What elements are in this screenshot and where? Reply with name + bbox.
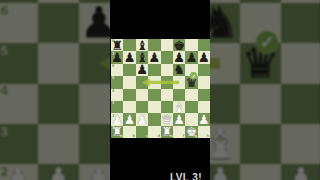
file-label: b — [133, 134, 136, 138]
square-f2[interactable]: ♟ — [173, 113, 185, 125]
video-content-strip: 8♜♝♚7♟♟♝♟♟♟♟6♟♞5♛43♝2♟♟♟♛♟♟1a♜bcde♜fg♚h✓… — [110, 0, 210, 180]
square-f5[interactable] — [173, 76, 185, 88]
caption-text: LVL 3! — [170, 172, 202, 180]
rank-label: 6 — [112, 64, 115, 68]
square-e1[interactable]: e♜ — [161, 126, 173, 138]
square-e6[interactable] — [161, 64, 173, 76]
square-a2: 2♟ — [0, 164, 38, 180]
square-h1[interactable]: h — [198, 126, 210, 138]
square-a7[interactable]: 7♟ — [111, 51, 123, 63]
piece-black-pawn: ♟ — [136, 63, 148, 76]
piece-black-queen: ♛ — [242, 42, 280, 84]
square-c1[interactable]: c — [136, 126, 148, 138]
square-e2[interactable]: ♛ — [161, 113, 173, 125]
rank-label: 1 — [112, 126, 115, 130]
square-h8[interactable] — [198, 39, 210, 51]
square-a2[interactable]: 2♟ — [111, 113, 123, 125]
square-h5[interactable] — [198, 76, 210, 88]
square-d3[interactable] — [148, 101, 160, 113]
piece-white-bishop: ♝ — [173, 101, 185, 114]
piece-white-pawn: ♟ — [0, 163, 37, 180]
video-frame[interactable]: 8♜♝♚7♟♟♝♟♟♟♟6♟♞5♛43♝2♟♟♟♛♟♟1a♜bcde♜fg♚h✓… — [0, 0, 320, 180]
rank-label: 2 — [112, 114, 115, 118]
square-g2[interactable] — [185, 113, 197, 125]
square-b2[interactable]: ♟ — [123, 113, 135, 125]
square-b3 — [38, 124, 78, 164]
piece-white-rook: ♜ — [161, 125, 173, 138]
square-g6 — [240, 3, 280, 43]
rank-label: 3 — [0, 125, 8, 138]
square-c5[interactable] — [136, 76, 148, 88]
piece-white-queen: ♛ — [161, 113, 173, 126]
rank-label: 7 — [112, 52, 115, 56]
piece-black-pawn: ♟ — [149, 51, 161, 64]
square-h6[interactable] — [198, 64, 210, 76]
piece-white-pawn: ♟ — [136, 113, 148, 126]
square-e4[interactable] — [161, 89, 173, 101]
piece-white-pawn: ♟ — [173, 113, 185, 126]
square-h4 — [281, 84, 320, 124]
square-d6[interactable] — [148, 64, 160, 76]
piece-white-pawn: ♟ — [198, 113, 210, 126]
square-a5: 5 — [0, 43, 38, 83]
piece-white-pawn: ♟ — [282, 163, 320, 180]
piece-white-pawn: ♟ — [111, 113, 123, 126]
rank-label: 2 — [0, 165, 8, 178]
square-b3[interactable] — [123, 101, 135, 113]
file-label: h — [207, 134, 210, 138]
square-a5[interactable]: 5 — [111, 76, 123, 88]
square-f8[interactable]: ♚ — [173, 39, 185, 51]
piece-white-pawn: ♟ — [124, 113, 136, 126]
square-a4: 4 — [0, 84, 38, 124]
square-g6[interactable] — [185, 64, 197, 76]
piece-white-king: ♚ — [186, 125, 198, 138]
square-f3[interactable]: ♝ — [173, 101, 185, 113]
square-f1[interactable]: f — [173, 126, 185, 138]
square-h3 — [281, 124, 320, 164]
square-g4[interactable] — [185, 89, 197, 101]
square-d4[interactable] — [148, 89, 160, 101]
square-e5[interactable] — [161, 76, 173, 88]
rank-label: 3 — [112, 101, 115, 105]
chess-board: 8♜♝♚7♟♟♝♟♟♟♟6♟♞5♛43♝2♟♟♟♛♟♟1a♜bcde♜fg♚h✓ — [111, 39, 210, 138]
file-label: g — [194, 134, 197, 138]
rank-label: 4 — [0, 84, 8, 97]
square-b1[interactable]: b — [123, 126, 135, 138]
file-label: d — [157, 134, 160, 138]
square-g5: ♛ — [240, 43, 280, 83]
square-b2: ♟ — [38, 164, 78, 180]
piece-black-pawn: ♟ — [111, 51, 123, 64]
rank-label: 8 — [112, 39, 115, 43]
piece-black-pawn: ♟ — [124, 51, 136, 64]
square-a6[interactable]: 6 — [111, 64, 123, 76]
file-label: e — [170, 134, 173, 138]
square-d8[interactable] — [148, 39, 160, 51]
square-g7[interactable]: ♟ — [185, 51, 197, 63]
square-d5[interactable] — [148, 76, 160, 88]
piece-black-queen: ♛ — [186, 76, 198, 89]
square-a4[interactable]: 4 — [111, 89, 123, 101]
square-c8[interactable]: ♝ — [136, 39, 148, 51]
rank-label: 5 — [0, 44, 8, 57]
piece-black-knight: ♞ — [173, 63, 185, 76]
square-f7[interactable]: ♟ — [173, 51, 185, 63]
square-c7[interactable]: ♝ — [136, 51, 148, 63]
square-b6 — [38, 3, 78, 43]
piece-black-pawn: ♟ — [198, 51, 210, 64]
piece-black-pawn: ♟ — [186, 51, 198, 64]
piece-black-king: ♚ — [173, 39, 185, 52]
square-b8[interactable] — [123, 39, 135, 51]
rank-label: 4 — [112, 89, 115, 93]
square-a3: 3 — [0, 124, 38, 164]
square-e7[interactable] — [161, 51, 173, 63]
rank-label: 5 — [112, 76, 115, 80]
square-b7[interactable]: ♟ — [123, 51, 135, 63]
square-a3[interactable]: 3 — [111, 101, 123, 113]
square-f4[interactable] — [173, 89, 185, 101]
square-d1[interactable]: d — [148, 126, 160, 138]
square-c6[interactable]: ♟ — [136, 64, 148, 76]
square-g8[interactable] — [185, 39, 197, 51]
square-e3[interactable] — [161, 101, 173, 113]
square-g1[interactable]: g♚ — [185, 126, 197, 138]
square-b5 — [38, 43, 78, 83]
square-c2[interactable]: ♟ — [136, 113, 148, 125]
square-h4[interactable] — [198, 89, 210, 101]
square-g2 — [240, 164, 280, 180]
piece-black-bishop: ♝ — [136, 39, 148, 52]
square-h2: ♟ — [281, 164, 320, 180]
square-e8[interactable] — [161, 39, 173, 51]
square-b4 — [38, 84, 78, 124]
square-c4[interactable] — [136, 89, 148, 101]
square-b4[interactable] — [123, 89, 135, 101]
piece-white-pawn: ♟ — [40, 163, 78, 180]
square-d7[interactable]: ♟ — [148, 51, 160, 63]
square-h3[interactable] — [198, 101, 210, 113]
file-label: a — [120, 134, 123, 138]
square-h6 — [281, 3, 320, 43]
square-a6: 6 — [0, 3, 38, 43]
rank-label: 6 — [0, 4, 8, 17]
square-f6[interactable]: ♞ — [173, 64, 185, 76]
square-g3 — [240, 124, 280, 164]
square-g5[interactable]: ♛ — [185, 76, 197, 88]
piece-white-rook: ♜ — [111, 125, 123, 138]
square-c3[interactable] — [136, 101, 148, 113]
square-h2[interactable]: ♟ — [198, 113, 210, 125]
piece-black-pawn: ♟ — [173, 51, 185, 64]
square-a1[interactable]: 1a♜ — [111, 126, 123, 138]
square-b5[interactable] — [123, 76, 135, 88]
square-h7[interactable]: ♟ — [198, 51, 210, 63]
piece-black-bishop: ♝ — [136, 51, 148, 64]
square-h5 — [281, 43, 320, 83]
piece-black-rook: ♜ — [111, 39, 123, 52]
square-g4 — [240, 84, 280, 124]
square-g3[interactable] — [185, 101, 197, 113]
square-b6[interactable] — [123, 64, 135, 76]
square-d2[interactable] — [148, 113, 160, 125]
square-a8[interactable]: 8♜ — [111, 39, 123, 51]
